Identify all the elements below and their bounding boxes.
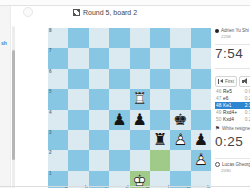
scrollbar-track[interactable] <box>12 26 15 188</box>
square-g8[interactable] <box>170 28 190 48</box>
square-h5[interactable] <box>191 89 211 109</box>
square-e8[interactable] <box>130 28 150 48</box>
divider <box>215 44 250 45</box>
square-d5[interactable] <box>109 89 129 109</box>
black-pawn[interactable]: ♟ <box>130 110 150 130</box>
square-d4[interactable]: ♟ <box>109 110 129 130</box>
square-c7[interactable] <box>89 48 109 68</box>
piece-glyph: ♚ <box>170 110 190 130</box>
square-f4[interactable] <box>150 110 170 130</box>
piece-outline: ♙ <box>191 150 211 170</box>
square-c3[interactable] <box>89 130 109 150</box>
square-b7[interactable] <box>68 48 88 68</box>
piece-glyph: ♟ <box>191 130 211 150</box>
piece-glyph: ♟ <box>130 110 150 130</box>
move-row[interactable]: 47e60:29 <box>215 95 250 102</box>
white-rook[interactable]: ♜♖ <box>130 89 150 109</box>
square-e2[interactable] <box>130 150 150 170</box>
first-move-button[interactable]: First <box>215 76 237 87</box>
square-h4[interactable] <box>191 110 211 130</box>
square-e7[interactable] <box>130 48 150 68</box>
rank-label-8: 8 <box>49 29 52 34</box>
move-time: 2:32 <box>243 103 250 108</box>
square-b6[interactable] <box>68 69 88 89</box>
square-f8[interactable] <box>150 28 170 48</box>
square-c4[interactable] <box>89 110 109 130</box>
square-a3[interactable]: 3 <box>48 130 68 150</box>
black-king[interactable]: ♚ <box>170 110 190 130</box>
square-g2[interactable] <box>170 150 190 170</box>
round-header[interactable]: Round 5, board 2 <box>73 9 137 16</box>
move-number: 46 <box>216 89 223 94</box>
square-a6[interactable]: 6 <box>48 69 68 89</box>
rank-label-6: 6 <box>49 70 52 75</box>
square-b4[interactable] <box>68 110 88 130</box>
move-time: 0:29 <box>243 96 250 101</box>
square-c5[interactable] <box>89 89 109 109</box>
round-label: Round 5, board 2 <box>83 9 137 16</box>
square-a2[interactable]: 2 <box>48 150 68 170</box>
square-c6[interactable] <box>89 69 109 89</box>
rank-label-1: 1 <box>49 172 52 177</box>
square-a4[interactable]: 4 <box>48 110 68 130</box>
site-header <box>0 0 250 6</box>
move-number: 49 <box>216 110 223 115</box>
square-f6[interactable] <box>150 69 170 89</box>
move-san: Re5 <box>223 89 243 94</box>
piece-outline: ♙ <box>170 130 190 150</box>
move-row[interactable]: 48Ke12:32 <box>215 102 250 109</box>
square-g3[interactable]: ♟♙ <box>170 130 190 150</box>
move-san: e6 <box>223 96 243 101</box>
black-color-icon <box>215 29 219 33</box>
result-text: White resigned <box>222 126 250 131</box>
square-g7[interactable] <box>170 48 190 68</box>
square-e4[interactable]: ♟ <box>130 110 150 130</box>
square-h7[interactable] <box>191 48 211 68</box>
speaker-icon <box>242 78 249 85</box>
result-row: ⚑ White resigned <box>215 125 250 131</box>
square-h2[interactable]: ♟♙ <box>191 150 211 170</box>
square-b2[interactable] <box>68 150 88 170</box>
move-time: 0:25 <box>243 117 250 122</box>
rank-label-5: 5 <box>49 90 52 95</box>
page-bottom-border <box>0 186 250 187</box>
square-d2[interactable] <box>109 150 129 170</box>
square-b5[interactable] <box>68 89 88 109</box>
divider <box>215 68 250 69</box>
square-c8[interactable] <box>89 28 109 48</box>
sidebar-link-fragment[interactable]: sh <box>1 40 7 46</box>
square-g4[interactable]: ♚ <box>170 110 190 130</box>
square-e3[interactable] <box>130 130 150 150</box>
square-a8[interactable]: 8 <box>48 28 68 48</box>
page: sh Round 5, board 2 8765♜♖4♟♟♚3♜♟♙♟2♟♙1a… <box>0 0 250 188</box>
flag-icon: ⚑ <box>215 125 220 131</box>
white-pawn[interactable]: ♟♙ <box>170 130 190 150</box>
white-pawn[interactable]: ♟♙ <box>191 150 211 170</box>
first-button-label: First <box>225 79 234 84</box>
chess-board[interactable]: 8765♜♖4♟♟♚3♜♟♙♟2♟♙1abcde♚♔fgh <box>48 28 211 188</box>
black-player[interactable]: Adrien Yu Shi 2258 <box>215 28 250 39</box>
move-list: 46Re50:0447e60:2948Ke12:3249Rxd4+0:1550K… <box>215 88 250 123</box>
square-g6[interactable] <box>170 69 190 89</box>
black-pawn[interactable]: ♟ <box>191 130 211 150</box>
move-san: Rxd4+ <box>223 110 243 115</box>
scrollbar-thumb[interactable] <box>12 50 15 160</box>
white-player-name: Lucas Gheorghi- <box>222 162 250 167</box>
event-avatar-icon <box>23 7 33 17</box>
white-player-rating: 2090 <box>221 168 250 173</box>
piece-glyph: ♟ <box>109 110 129 130</box>
move-number: 47 <box>216 96 223 101</box>
black-player-name: Adrien Yu Shi <box>221 28 249 33</box>
move-row[interactable]: 49Rxd4+0:15 <box>215 109 250 116</box>
black-clock: 7:54 <box>215 46 243 61</box>
rank-label-7: 7 <box>49 49 52 54</box>
move-time: 0:04 <box>243 89 250 94</box>
move-number: 50 <box>216 117 223 122</box>
black-pawn[interactable]: ♟ <box>109 110 129 130</box>
square-d8[interactable] <box>109 28 129 48</box>
piece-outline: ♖ <box>130 89 150 109</box>
rank-label-4: 4 <box>49 111 52 116</box>
square-c2[interactable] <box>89 150 109 170</box>
move-san: Ke1 <box>223 103 243 108</box>
square-h8[interactable] <box>191 28 211 48</box>
white-player[interactable]: Lucas Gheorghi- 2090 <box>215 162 250 173</box>
skip-to-first-icon <box>218 79 223 84</box>
board-icon <box>73 9 80 16</box>
square-g5[interactable] <box>170 89 190 109</box>
square-b3[interactable] <box>68 130 88 150</box>
sound-button[interactable] <box>239 76 250 87</box>
piece-glyph: ♜ <box>150 130 170 150</box>
square-e6[interactable] <box>130 69 150 89</box>
move-row[interactable]: 50Kxd40:25 <box>215 116 250 123</box>
square-d3[interactable] <box>109 130 129 150</box>
move-san: Kxd4 <box>223 117 243 122</box>
square-f3[interactable]: ♜ <box>150 130 170 150</box>
move-number: 48 <box>216 103 223 108</box>
square-f7[interactable] <box>150 48 170 68</box>
black-rook[interactable]: ♜ <box>150 130 170 150</box>
divider <box>215 158 250 159</box>
left-sidebar: sh <box>0 6 11 188</box>
rank-label-3: 3 <box>49 131 52 136</box>
square-d6[interactable] <box>109 69 129 89</box>
square-b8[interactable] <box>68 28 88 48</box>
game-panel: Adrien Yu Shi 2258 7:54 First 46Re50:044… <box>215 24 250 188</box>
square-a5[interactable]: 5 <box>48 89 68 109</box>
square-f2[interactable] <box>150 150 170 170</box>
square-h3[interactable]: ♟ <box>191 130 211 150</box>
move-time: 0:15 <box>243 110 250 115</box>
white-color-icon <box>215 162 220 167</box>
square-e5[interactable]: ♜♖ <box>130 89 150 109</box>
black-player-rating: 2258 <box>221 34 250 39</box>
white-clock: 0:25 <box>215 134 243 149</box>
replay-toolbar: First <box>215 76 250 87</box>
move-row[interactable]: 46Re50:04 <box>215 88 250 95</box>
square-f5[interactable] <box>150 89 170 109</box>
rank-label-2: 2 <box>49 151 52 156</box>
square-d7[interactable] <box>109 48 129 68</box>
square-a7[interactable]: 7 <box>48 48 68 68</box>
square-h6[interactable] <box>191 69 211 89</box>
